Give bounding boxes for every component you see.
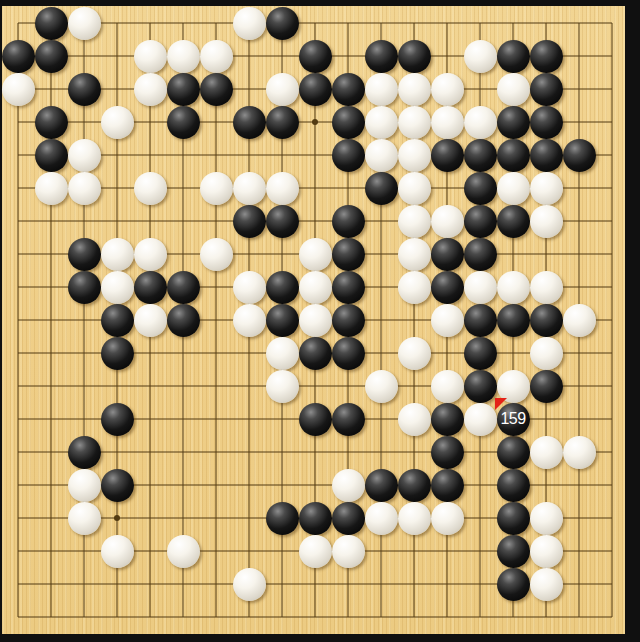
- stone-black: [68, 271, 101, 304]
- stone-white: [134, 73, 167, 106]
- stone-black: [365, 172, 398, 205]
- stone-white: [299, 304, 332, 337]
- stone-black: [530, 73, 563, 106]
- stone-white: [497, 271, 530, 304]
- stone-white: [431, 304, 464, 337]
- stone-black: [332, 337, 365, 370]
- stone-black: [332, 106, 365, 139]
- stone-black: [530, 304, 563, 337]
- stone-black: 159: [497, 403, 530, 436]
- stone-white: [167, 535, 200, 568]
- stone-white: [266, 73, 299, 106]
- stone-black: [167, 271, 200, 304]
- stone-white: [68, 469, 101, 502]
- stone-black: [68, 73, 101, 106]
- stone-black: [464, 139, 497, 172]
- stone-black: [167, 304, 200, 337]
- stone-white: [68, 502, 101, 535]
- stone-black: [365, 469, 398, 502]
- stone-black: [398, 40, 431, 73]
- stone-white: [530, 271, 563, 304]
- stone-black: [266, 502, 299, 535]
- stone-white: [365, 370, 398, 403]
- go-board[interactable]: 159: [2, 7, 629, 634]
- stone-black: [464, 370, 497, 403]
- stone-white: [101, 535, 134, 568]
- stone-white: [431, 502, 464, 535]
- stone-white: [233, 172, 266, 205]
- stone-black: [332, 238, 365, 271]
- stone-white: [464, 40, 497, 73]
- stone-black: [35, 139, 68, 172]
- stone-black: [332, 403, 365, 436]
- stone-white: [233, 271, 266, 304]
- stone-white: [101, 271, 134, 304]
- stone-black: [332, 205, 365, 238]
- stone-white: [431, 205, 464, 238]
- stone-black: [68, 238, 101, 271]
- stone-white: [431, 106, 464, 139]
- stone-white: [530, 535, 563, 568]
- stone-white: [134, 304, 167, 337]
- go-app-window: 159: [0, 0, 640, 642]
- stone-black: [464, 304, 497, 337]
- stone-black: [266, 271, 299, 304]
- stone-white: [398, 205, 431, 238]
- stone-black: [101, 469, 134, 502]
- stone-white: [134, 172, 167, 205]
- stone-black: [332, 502, 365, 535]
- stone-black: [431, 403, 464, 436]
- stone-black: [464, 337, 497, 370]
- stone-white: [464, 403, 497, 436]
- stone-black: [299, 40, 332, 73]
- stone-black: [497, 106, 530, 139]
- stone-white: [68, 139, 101, 172]
- stone-white: [365, 106, 398, 139]
- stone-white: [365, 73, 398, 106]
- stone-white: [299, 238, 332, 271]
- stone-white: [134, 238, 167, 271]
- stone-black: [332, 271, 365, 304]
- stone-white: [68, 172, 101, 205]
- stone-black: [530, 106, 563, 139]
- stone-white: [398, 502, 431, 535]
- stone-black: [200, 73, 233, 106]
- stone-white: [530, 502, 563, 535]
- stone-black: [266, 205, 299, 238]
- stone-black: [431, 436, 464, 469]
- stone-white: [563, 436, 596, 469]
- stone-black: [332, 73, 365, 106]
- stone-white: [167, 40, 200, 73]
- stone-black: [497, 205, 530, 238]
- stone-black: [266, 7, 299, 40]
- stone-black: [497, 304, 530, 337]
- stone-white: [398, 403, 431, 436]
- stone-white: [497, 172, 530, 205]
- stone-white: [200, 172, 233, 205]
- stone-black: [167, 106, 200, 139]
- stone-white: [299, 271, 332, 304]
- stone-black: [497, 436, 530, 469]
- stone-black: [530, 40, 563, 73]
- stone-black: [530, 139, 563, 172]
- stone-black: [431, 469, 464, 502]
- stone-white: [233, 7, 266, 40]
- stone-white: [101, 238, 134, 271]
- stone-white: [464, 106, 497, 139]
- stone-white: [398, 106, 431, 139]
- stone-white: [365, 139, 398, 172]
- stone-black: [134, 271, 167, 304]
- stone-white: [563, 304, 596, 337]
- stone-black: [464, 172, 497, 205]
- stone-black: [365, 40, 398, 73]
- stone-black: [332, 304, 365, 337]
- stone-white: [398, 238, 431, 271]
- stone-white: [233, 568, 266, 601]
- stone-black: [35, 7, 68, 40]
- stone-white: [266, 337, 299, 370]
- stone-black: [530, 370, 563, 403]
- stone-black: [398, 469, 431, 502]
- stone-white: [530, 337, 563, 370]
- stone-white: [365, 502, 398, 535]
- stone-black: [266, 106, 299, 139]
- stone-black: [497, 502, 530, 535]
- stone-white: [101, 106, 134, 139]
- stone-black: [431, 238, 464, 271]
- stone-white: [398, 337, 431, 370]
- stone-white: [299, 535, 332, 568]
- stone-white: [464, 271, 497, 304]
- stone-black: [332, 139, 365, 172]
- stone-white: [266, 172, 299, 205]
- stone-white: [398, 172, 431, 205]
- stone-white: [200, 238, 233, 271]
- stone-black: [299, 403, 332, 436]
- stone-white: [497, 73, 530, 106]
- stone-white: [530, 568, 563, 601]
- stone-white: [134, 40, 167, 73]
- stone-black: [266, 304, 299, 337]
- stone-black: [497, 535, 530, 568]
- stone-black: [497, 139, 530, 172]
- stone-black: [35, 106, 68, 139]
- stone-white: [68, 7, 101, 40]
- stone-black: [2, 40, 35, 73]
- stone-black: [431, 271, 464, 304]
- stone-black: [431, 139, 464, 172]
- stone-white: [266, 370, 299, 403]
- stone-white: [332, 535, 365, 568]
- stone-white: [530, 436, 563, 469]
- stone-black: [497, 469, 530, 502]
- stone-black: [35, 40, 68, 73]
- stone-black: [68, 436, 101, 469]
- stone-black: [497, 40, 530, 73]
- stone-black: [464, 205, 497, 238]
- stone-white: [431, 370, 464, 403]
- stone-black: [299, 337, 332, 370]
- stone-black: [497, 568, 530, 601]
- stone-black: [563, 139, 596, 172]
- stone-white: [431, 73, 464, 106]
- stone-white: [35, 172, 68, 205]
- stone-white: [233, 304, 266, 337]
- stone-white: [398, 139, 431, 172]
- stone-white: [2, 73, 35, 106]
- stone-black: [233, 106, 266, 139]
- stone-black: [299, 502, 332, 535]
- stone-white: [398, 73, 431, 106]
- move-number-label: 159: [497, 403, 530, 436]
- stone-black: [101, 403, 134, 436]
- stone-black: [299, 73, 332, 106]
- stone-black: [167, 73, 200, 106]
- stone-white: [530, 172, 563, 205]
- stone-white: [200, 40, 233, 73]
- stone-black: [464, 238, 497, 271]
- stone-white: [530, 205, 563, 238]
- stone-black: [101, 337, 134, 370]
- stone-black: [233, 205, 266, 238]
- stone-white: [332, 469, 365, 502]
- stone-white: [398, 271, 431, 304]
- stone-black: [101, 304, 134, 337]
